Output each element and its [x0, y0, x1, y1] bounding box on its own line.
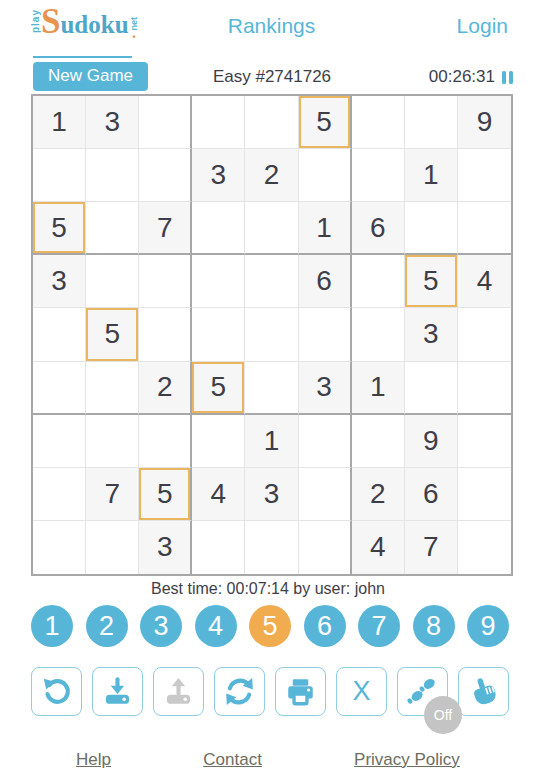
clear-x-icon: X — [352, 678, 370, 705]
sudoku-cell-r4c4[interactable] — [192, 255, 245, 308]
one-click-fill-button[interactable] — [458, 667, 509, 716]
sudoku-cell-r8c2[interactable]: 7 — [86, 468, 139, 521]
sudoku-cell-r4c1[interactable]: 3 — [33, 255, 86, 308]
sudoku-cell-r2c4[interactable]: 3 — [192, 149, 245, 202]
digit-button-1[interactable]: 1 — [31, 605, 73, 647]
header: play S udoku net . Rankings Login — [0, 0, 536, 58]
sudoku-cell-r8c3[interactable]: 5 — [139, 468, 192, 521]
sudoku-cell-r8c8[interactable]: 6 — [405, 468, 458, 521]
best-time-text: Best time: 00:07:14 by user: john — [0, 580, 536, 598]
sudoku-cell-r7c8[interactable]: 9 — [405, 415, 458, 468]
sudoku-cell-r8c7[interactable]: 2 — [352, 468, 405, 521]
sudoku-cell-r1c1[interactable]: 1 — [33, 96, 86, 149]
logo-underline — [33, 56, 132, 58]
timer-text: 00:26:31 — [429, 67, 495, 87]
sudoku-cell-r5c1[interactable] — [33, 308, 86, 361]
sudoku-cell-r4c9[interactable]: 4 — [458, 255, 511, 308]
sudoku-cell-r3c1[interactable]: 5 — [33, 202, 86, 255]
save-download-icon — [102, 676, 133, 707]
privacy-policy-link[interactable]: Privacy Policy — [354, 750, 460, 770]
contact-link[interactable]: Contact — [203, 750, 262, 770]
sudoku-cell-r9c3[interactable]: 3 — [139, 521, 192, 574]
restart-icon — [224, 676, 255, 707]
sudoku-cell-r2c9[interactable] — [458, 149, 511, 202]
timer: 00:26:31 — [429, 62, 513, 92]
logo-net-text: net — [130, 17, 139, 31]
sudoku-board: 13593215716365453253119754326347 — [31, 94, 513, 576]
logo-net-wrap: net . — [130, 17, 139, 37]
logo-s-letter: S — [41, 8, 60, 37]
sudoku-cell-r3c7[interactable]: 6 — [352, 202, 405, 255]
sudoku-cell-r4c7[interactable] — [352, 255, 405, 308]
sudoku-cell-r7c3[interactable] — [139, 415, 192, 468]
sudoku-cell-r2c6[interactable] — [299, 149, 352, 202]
sudoku-cell-r5c9[interactable] — [458, 308, 511, 361]
sudoku-cell-r1c3[interactable] — [139, 96, 192, 149]
sudoku-cell-r2c2[interactable] — [86, 149, 139, 202]
sudoku-cell-r1c7[interactable] — [352, 96, 405, 149]
sudoku-cell-r4c2[interactable] — [86, 255, 139, 308]
sudoku-cell-r5c5[interactable] — [245, 308, 298, 361]
sudoku-cell-r6c3[interactable]: 2 — [139, 362, 192, 415]
sudoku-cell-r4c6[interactable]: 6 — [299, 255, 352, 308]
sudoku-cell-r6c1[interactable] — [33, 362, 86, 415]
sudoku-cell-r9c5[interactable] — [245, 521, 298, 574]
sudoku-cell-r7c9[interactable] — [458, 415, 511, 468]
sudoku-cell-r3c2[interactable] — [86, 202, 139, 255]
sudoku-cell-r6c9[interactable] — [458, 362, 511, 415]
save-button[interactable] — [92, 667, 143, 716]
sudoku-cell-r7c7[interactable] — [352, 415, 405, 468]
sudoku-cell-r1c6[interactable]: 5 — [299, 96, 352, 149]
sudoku-cell-r2c1[interactable] — [33, 149, 86, 202]
sudoku-cell-r5c3[interactable] — [139, 308, 192, 361]
sudoku-cell-r6c8[interactable] — [405, 362, 458, 415]
digit-button-8[interactable]: 8 — [413, 605, 455, 647]
sudoku-cell-r9c6[interactable] — [299, 521, 352, 574]
help-link[interactable]: Help — [76, 750, 111, 770]
sudoku-cell-r9c7[interactable]: 4 — [352, 521, 405, 574]
upload-button[interactable] — [153, 667, 204, 716]
sudoku-cell-r3c4[interactable] — [192, 202, 245, 255]
upload-icon — [163, 676, 194, 707]
sudoku-cell-r8c4[interactable]: 4 — [192, 468, 245, 521]
sudoku-cell-r7c4[interactable] — [192, 415, 245, 468]
sudoku-cell-r6c2[interactable] — [86, 362, 139, 415]
clear-button[interactable]: X — [336, 667, 387, 716]
print-icon — [285, 676, 316, 707]
print-button[interactable] — [275, 667, 326, 716]
restart-button[interactable] — [214, 667, 265, 716]
sudoku-cell-r7c6[interactable] — [299, 415, 352, 468]
digit-button-2[interactable]: 2 — [86, 605, 128, 647]
sudoku-cell-r3c3[interactable]: 7 — [139, 202, 192, 255]
sudoku-cell-r1c4[interactable] — [192, 96, 245, 149]
sudoku-cell-r9c2[interactable] — [86, 521, 139, 574]
digit-button-4[interactable]: 4 — [195, 605, 237, 647]
sudoku-cell-r6c4[interactable]: 5 — [192, 362, 245, 415]
sudoku-cell-r8c5[interactable]: 3 — [245, 468, 298, 521]
sudoku-cell-r9c9[interactable] — [458, 521, 511, 574]
digit-button-7[interactable]: 7 — [358, 605, 400, 647]
sudoku-cell-r1c2[interactable]: 3 — [86, 96, 139, 149]
rankings-link[interactable]: Rankings — [228, 14, 316, 38]
sudoku-cell-r3c5[interactable] — [245, 202, 298, 255]
sudoku-cell-r8c1[interactable] — [33, 468, 86, 521]
sudoku-cell-r5c2[interactable]: 5 — [86, 308, 139, 361]
sudoku-cell-r9c1[interactable] — [33, 521, 86, 574]
sudoku-cell-r1c9[interactable]: 9 — [458, 96, 511, 149]
logo-udoku-text: udoku — [60, 14, 128, 37]
sudoku-cell-r7c1[interactable] — [33, 415, 86, 468]
site-logo[interactable]: play S udoku net . — [31, 8, 139, 37]
logo-dot: . — [132, 30, 136, 36]
sudoku-cell-r3c6[interactable]: 1 — [299, 202, 352, 255]
sudoku-cell-r2c8[interactable]: 1 — [405, 149, 458, 202]
digit-button-9[interactable]: 9 — [467, 605, 509, 647]
footer: Help Contact Privacy Policy — [0, 750, 536, 770]
sudoku-cell-r8c6[interactable] — [299, 468, 352, 521]
sudoku-cell-r4c8[interactable]: 5 — [405, 255, 458, 308]
sudoku-cell-r5c6[interactable] — [299, 308, 352, 361]
sudoku-cell-r4c3[interactable] — [139, 255, 192, 308]
undo-icon — [41, 676, 72, 707]
sudoku-cell-r6c6[interactable]: 3 — [299, 362, 352, 415]
pointing-hand-icon — [468, 676, 499, 707]
sudoku-cell-r8c9[interactable] — [458, 468, 511, 521]
pause-icon[interactable] — [502, 71, 513, 84]
sudoku-cell-r5c4[interactable] — [192, 308, 245, 361]
game-toolbar: New Game Easy #2741726 00:26:31 — [31, 62, 513, 92]
sudoku-cell-r5c7[interactable] — [352, 308, 405, 361]
sudoku-cell-r9c8[interactable]: 7 — [405, 521, 458, 574]
sudoku-cell-r7c5[interactable]: 1 — [245, 415, 298, 468]
sudoku-cell-r2c7[interactable] — [352, 149, 405, 202]
sudoku-cell-r4c5[interactable] — [245, 255, 298, 308]
sudoku-cell-r1c5[interactable] — [245, 96, 298, 149]
sudoku-cell-r6c5[interactable] — [245, 362, 298, 415]
digit-button-6[interactable]: 6 — [304, 605, 346, 647]
sudoku-cell-r1c8[interactable] — [405, 96, 458, 149]
digit-button-3[interactable]: 3 — [140, 605, 182, 647]
sudoku-cell-r3c8[interactable] — [405, 202, 458, 255]
sudoku-cell-r9c4[interactable] — [192, 521, 245, 574]
sudoku-cell-r3c9[interactable] — [458, 202, 511, 255]
undo-button[interactable] — [31, 667, 82, 716]
sudoku-cell-r2c3[interactable] — [139, 149, 192, 202]
digit-button-5[interactable]: 5 — [249, 605, 291, 647]
off-badge: Off — [424, 696, 462, 734]
sudoku-cell-r6c7[interactable]: 1 — [352, 362, 405, 415]
login-link[interactable]: Login — [457, 14, 508, 38]
logo-play-text: play — [31, 9, 41, 33]
action-buttons: X Off — [31, 667, 509, 716]
sudoku-cell-r2c5[interactable]: 2 — [245, 149, 298, 202]
number-pad: 123456789 — [31, 605, 509, 647]
sudoku-cell-r7c2[interactable] — [86, 415, 139, 468]
solution-steps-button[interactable]: Off — [397, 667, 448, 716]
sudoku-cell-r5c8[interactable]: 3 — [405, 308, 458, 361]
